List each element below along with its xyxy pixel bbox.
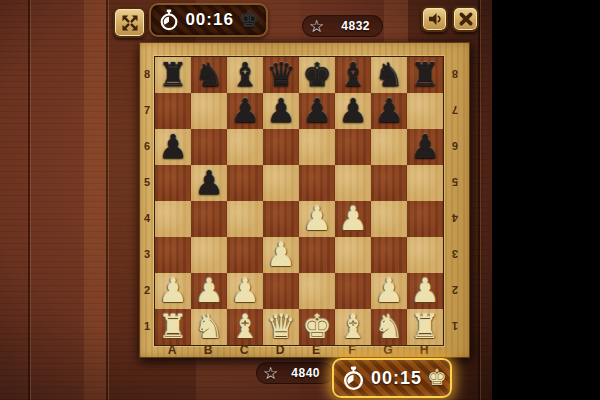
rank-label-right-1: 1: [448, 308, 462, 344]
square-a7[interactable]: [155, 93, 191, 129]
rank-label-right-2: 2: [448, 272, 462, 308]
piece-black-rook-h8[interactable]: ♜: [407, 57, 443, 93]
square-c5[interactable]: [227, 165, 263, 201]
square-b5[interactable]: ♟: [191, 165, 227, 201]
rank-label-left-5: 5: [140, 164, 154, 200]
piece-black-rook-a8[interactable]: ♜: [155, 57, 191, 93]
rank-label-left-4: 4: [140, 200, 154, 236]
stopwatch-icon: [341, 366, 366, 391]
square-c8[interactable]: ♝: [227, 57, 263, 93]
piece-black-bishop-c8[interactable]: ♝: [227, 57, 263, 93]
square-e2[interactable]: [299, 273, 335, 309]
white-score-value: 4840: [291, 366, 320, 380]
square-b1[interactable]: ♞: [191, 309, 227, 345]
square-a3[interactable]: [155, 237, 191, 273]
square-h1[interactable]: ♜: [407, 309, 443, 345]
square-d8[interactable]: ♛: [263, 57, 299, 93]
square-a5[interactable]: [155, 165, 191, 201]
star-icon: ☆: [263, 365, 278, 382]
white-king-icon: ♚: [427, 367, 447, 389]
stopwatch-icon: [158, 9, 180, 31]
piece-black-king-e8[interactable]: ♚: [299, 57, 335, 93]
close-button[interactable]: [452, 6, 479, 32]
game-window: { "game": "chess", "position": { "fen": …: [0, 0, 600, 400]
rank-label-right-6: 6: [448, 128, 462, 164]
square-d3[interactable]: ♟: [263, 237, 299, 273]
wood-seam: [28, 0, 30, 400]
rank-label-left-1: 1: [140, 308, 154, 344]
black-score-plaque: ☆ 4832: [302, 15, 383, 37]
piece-white-pawn-g2[interactable]: ♟: [371, 273, 407, 309]
rank-label-right-5: 5: [448, 164, 462, 200]
piece-black-pawn-c7[interactable]: ♟: [227, 93, 263, 129]
square-g8[interactable]: ♞: [371, 57, 407, 93]
piece-white-rook-h1[interactable]: ♜: [407, 309, 443, 345]
square-d6[interactable]: [263, 129, 299, 165]
piece-black-pawn-g7[interactable]: ♟: [371, 93, 407, 129]
square-g2[interactable]: ♟: [371, 273, 407, 309]
black-timer-panel: 00:16 ♚: [149, 3, 268, 37]
piece-black-queen-d8[interactable]: ♛: [263, 57, 299, 93]
piece-white-pawn-d3[interactable]: ♟: [263, 237, 299, 273]
square-a2[interactable]: ♟: [155, 273, 191, 309]
rank-label-right-3: 3: [448, 236, 462, 272]
board-squares: ♜♞♝♛♚♝♞♜♟♟♟♟♟♟♟♟♟♟♟♟♟♟♟♟♜♞♝♛♚♝♞♜: [154, 56, 444, 346]
piece-white-knight-b1[interactable]: ♞: [191, 309, 227, 345]
square-h7[interactable]: [407, 93, 443, 129]
piece-black-knight-b8[interactable]: ♞: [191, 57, 227, 93]
square-b6[interactable]: [191, 129, 227, 165]
file-label-c: C: [226, 344, 262, 358]
rank-label-right-7: 7: [448, 92, 462, 128]
square-c3[interactable]: [227, 237, 263, 273]
square-h3[interactable]: [407, 237, 443, 273]
rank-label-left-3: 3: [140, 236, 154, 272]
square-c4[interactable]: [227, 201, 263, 237]
rank-label-left-2: 2: [140, 272, 154, 308]
square-h6[interactable]: ♟: [407, 129, 443, 165]
piece-black-bishop-f8[interactable]: ♝: [335, 57, 371, 93]
chess-board: ♜♞♝♛♚♝♞♜♟♟♟♟♟♟♟♟♟♟♟♟♟♟♟♟♜♞♝♛♚♝♞♜ 8877665…: [139, 42, 470, 358]
wood-seam: [478, 0, 480, 400]
rank-label-right-8: 8: [448, 56, 462, 92]
fullscreen-arrows-icon: [120, 13, 140, 33]
square-f4[interactable]: ♟: [335, 201, 371, 237]
rank-label-left-7: 7: [140, 92, 154, 128]
file-label-f: F: [334, 344, 370, 358]
rank-label-right-4: 4: [448, 200, 462, 236]
square-c2[interactable]: ♟: [227, 273, 263, 309]
square-g6[interactable]: [371, 129, 407, 165]
piece-black-pawn-h6[interactable]: ♟: [407, 129, 443, 165]
square-d2[interactable]: [263, 273, 299, 309]
piece-white-pawn-e4[interactable]: ♟: [299, 201, 335, 237]
piece-white-bishop-c1[interactable]: ♝: [227, 309, 263, 345]
white-score-plaque: ☆ 4840: [256, 362, 333, 384]
square-d5[interactable]: [263, 165, 299, 201]
square-e6[interactable]: [299, 129, 335, 165]
square-e3[interactable]: [299, 237, 335, 273]
piece-white-pawn-c2[interactable]: ♟: [227, 273, 263, 309]
file-label-d: D: [262, 344, 298, 358]
square-g7[interactable]: ♟: [371, 93, 407, 129]
white-timer-value: 00:15: [371, 368, 422, 389]
square-a6[interactable]: ♟: [155, 129, 191, 165]
square-e4[interactable]: ♟: [299, 201, 335, 237]
square-g1[interactable]: ♞: [371, 309, 407, 345]
file-label-g: G: [370, 344, 406, 358]
square-f1[interactable]: ♝: [335, 309, 371, 345]
square-f2[interactable]: [335, 273, 371, 309]
file-label-b: B: [190, 344, 226, 358]
white-timer-panel: 00:15 ♚: [332, 358, 452, 398]
wood-seam: [106, 0, 108, 400]
square-a1[interactable]: ♜: [155, 309, 191, 345]
black-score-value: 4832: [341, 19, 370, 33]
square-b7[interactable]: [191, 93, 227, 129]
piece-white-king-e1[interactable]: ♚: [299, 309, 335, 345]
piece-black-pawn-f7[interactable]: ♟: [335, 93, 371, 129]
piece-black-pawn-e7[interactable]: ♟: [299, 93, 335, 129]
square-h2[interactable]: ♟: [407, 273, 443, 309]
square-f5[interactable]: [335, 165, 371, 201]
square-f7[interactable]: ♟: [335, 93, 371, 129]
square-b8[interactable]: ♞: [191, 57, 227, 93]
file-label-e: E: [298, 344, 334, 358]
wood-background: 00:16 ♚ ☆ 4832 ♜♞♝♛♚♝♞♜♟♟♟♟♟♟♟♟♟♟♟♟♟♟♟♟♜…: [0, 0, 492, 400]
square-d4[interactable]: [263, 201, 299, 237]
piece-white-rook-a1[interactable]: ♜: [155, 309, 191, 345]
square-g3[interactable]: [371, 237, 407, 273]
star-icon: ☆: [309, 18, 324, 35]
piece-black-pawn-b5[interactable]: ♟: [191, 165, 227, 201]
letterbox-right: [492, 0, 600, 400]
close-icon: [458, 11, 474, 27]
piece-white-bishop-f1[interactable]: ♝: [335, 309, 371, 345]
square-a8[interactable]: ♜: [155, 57, 191, 93]
piece-black-pawn-a6[interactable]: ♟: [155, 129, 191, 165]
piece-white-knight-g1[interactable]: ♞: [371, 309, 407, 345]
square-f8[interactable]: ♝: [335, 57, 371, 93]
rank-label-left-8: 8: [140, 56, 154, 92]
square-c1[interactable]: ♝: [227, 309, 263, 345]
black-king-icon: ♚: [239, 9, 259, 31]
square-d7[interactable]: ♟: [263, 93, 299, 129]
piece-black-knight-g8[interactable]: ♞: [371, 57, 407, 93]
piece-white-pawn-b2[interactable]: ♟: [191, 273, 227, 309]
piece-black-pawn-d7[interactable]: ♟: [263, 93, 299, 129]
file-label-a: A: [154, 344, 190, 358]
square-e5[interactable]: [299, 165, 335, 201]
square-h5[interactable]: [407, 165, 443, 201]
piece-white-pawn-a2[interactable]: ♟: [155, 273, 191, 309]
square-d1[interactable]: ♛: [263, 309, 299, 345]
fullscreen-button[interactable]: [113, 7, 146, 38]
square-h4[interactable]: [407, 201, 443, 237]
square-f6[interactable]: [335, 129, 371, 165]
piece-white-queen-d1[interactable]: ♛: [263, 309, 299, 345]
square-g5[interactable]: [371, 165, 407, 201]
square-g4[interactable]: [371, 201, 407, 237]
square-b4[interactable]: [191, 201, 227, 237]
square-a4[interactable]: [155, 201, 191, 237]
square-e7[interactable]: ♟: [299, 93, 335, 129]
black-timer-value: 00:16: [185, 10, 234, 30]
piece-white-pawn-h2[interactable]: ♟: [407, 273, 443, 309]
square-f3[interactable]: [335, 237, 371, 273]
square-h8[interactable]: ♜: [407, 57, 443, 93]
file-label-h: H: [406, 344, 442, 358]
piece-white-pawn-f4[interactable]: ♟: [335, 201, 371, 237]
square-e8[interactable]: ♚: [299, 57, 335, 93]
square-b2[interactable]: ♟: [191, 273, 227, 309]
rank-label-left-6: 6: [140, 128, 154, 164]
square-c7[interactable]: ♟: [227, 93, 263, 129]
square-e1[interactable]: ♚: [299, 309, 335, 345]
square-b3[interactable]: [191, 237, 227, 273]
sound-button[interactable]: [421, 6, 448, 32]
square-c6[interactable]: [227, 129, 263, 165]
speaker-icon: [426, 10, 444, 28]
